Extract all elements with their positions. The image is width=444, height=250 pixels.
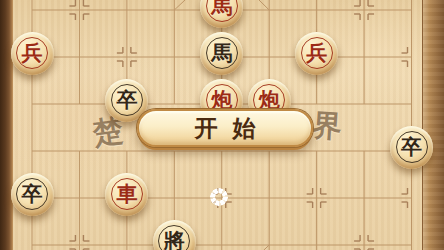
piece-glyph: 卒 [22, 184, 43, 205]
start-button-label: 开始 [180, 113, 271, 144]
piece-glyph: 炮 [211, 90, 232, 111]
piece-glyph: 卒 [401, 137, 422, 158]
piece-red-兵[interactable]: 兵 [295, 32, 338, 75]
piece-red-車[interactable]: 車 [105, 173, 148, 216]
piece-red-兵[interactable]: 兵 [11, 32, 54, 75]
piece-glyph: 馬 [211, 0, 232, 17]
piece-glyph: 卒 [116, 90, 137, 111]
piece-black-卒[interactable]: 卒 [11, 173, 54, 216]
piece-glyph: 炮 [259, 90, 280, 111]
piece-black-卒[interactable]: 卒 [390, 126, 433, 169]
piece-glyph: 馬 [211, 43, 232, 64]
cursor-reticle-icon [210, 188, 228, 206]
piece-glyph: 兵 [22, 43, 43, 64]
xiangqi-start-screen: 楚 界 馬兵馬兵卒炮炮卒卒車將 开始 [0, 0, 444, 250]
piece-glyph: 兵 [306, 43, 327, 64]
piece-black-將[interactable]: 將 [153, 220, 196, 250]
piece-black-馬[interactable]: 馬 [200, 32, 243, 75]
piece-red-馬[interactable]: 馬 [200, 0, 243, 28]
piece-glyph: 將 [164, 231, 185, 250]
piece-glyph: 車 [116, 184, 137, 205]
start-button[interactable]: 开始 [137, 109, 313, 147]
